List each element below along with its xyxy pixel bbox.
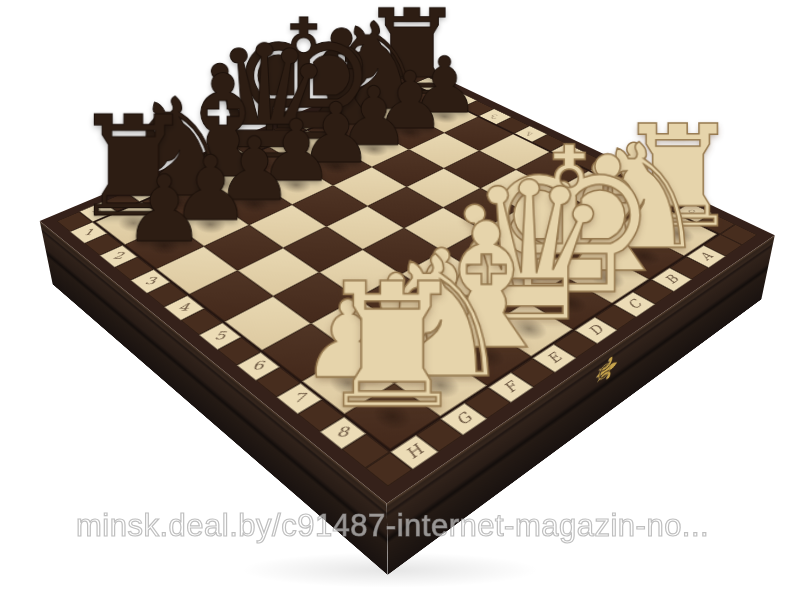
- coord-label: D: [263, 134, 277, 141]
- coord-label: C: [302, 118, 316, 125]
- chess-set-photo: 1234567812345678ABCDEFGHABCDEFGH⚜♜♞♝♚♛♝♞…: [0, 0, 800, 600]
- coord-label: 1: [425, 82, 432, 87]
- chess-board: 1234567812345678ABCDEFGHABCDEFGH⚜♜♞♝♚♛♝♞…: [40, 64, 775, 503]
- coord-label: A: [374, 88, 387, 94]
- coord-label: 3: [144, 276, 157, 286]
- coord-label: 4: [177, 303, 190, 313]
- coord-label: B: [339, 103, 352, 109]
- coord-label: H: [402, 443, 427, 461]
- coord-label: 2: [457, 97, 464, 102]
- coord-label: E: [223, 151, 237, 158]
- coord-label: 8: [336, 426, 349, 439]
- piece-glyph: ♟: [62, 163, 266, 255]
- coord-label: 5: [213, 331, 226, 342]
- piece-glyph: ♜: [269, 260, 515, 432]
- watermark-text: minsk.deal.by/c91487-internet-magazin-no…: [76, 508, 709, 544]
- coord-label: 2: [112, 252, 125, 261]
